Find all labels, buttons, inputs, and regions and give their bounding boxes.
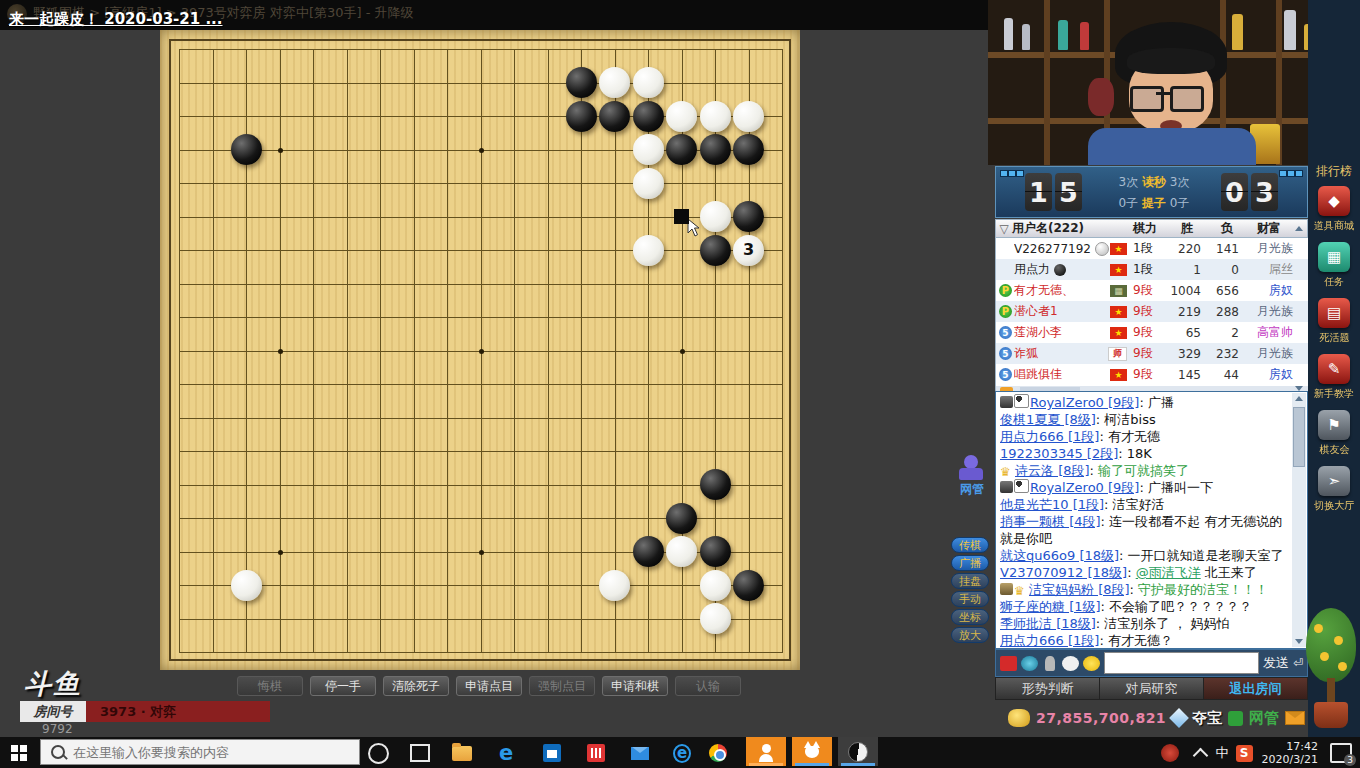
player-rank: 1段	[1133, 261, 1163, 278]
clock-date: 2020/3/21	[1262, 753, 1318, 766]
white-stone	[633, 134, 664, 165]
country-flag-icon: ★	[1110, 369, 1127, 381]
trophy	[1080, 22, 1089, 50]
grid-line	[581, 49, 582, 653]
country-flag-icon: ▦	[1110, 285, 1127, 297]
captures-left: 0子	[1119, 196, 1139, 210]
table-row[interactable]: P潜心者1★9段219288月光族	[996, 301, 1309, 322]
search-input[interactable]	[71, 744, 345, 761]
chat-text: 北王来了	[1201, 565, 1257, 580]
chat-username[interactable]: 洁宝妈妈粉 [8段]	[1029, 582, 1130, 597]
trophy	[1232, 14, 1243, 50]
死活题-icon: ▤	[1318, 298, 1350, 328]
row-badge: 5	[996, 347, 1014, 360]
side-tool-buttons: 传棋广播挂盘手动坐标放大	[951, 537, 991, 643]
grid-line	[782, 49, 783, 653]
wealth-tag: 月光族	[1239, 240, 1309, 257]
chat-message: ♛洁宝妈妈粉 [8段]: 守护最好的洁宝！！！	[1000, 581, 1291, 598]
col-wins[interactable]: 胜	[1167, 220, 1207, 237]
sidebar-item[interactable]: ⚑棋友会	[1318, 410, 1351, 457]
chat-message: 1922303345 [2段]: 18K	[1000, 445, 1291, 462]
notification-icon[interactable]: 3	[1330, 743, 1352, 763]
ime-indicator[interactable]: 中	[1210, 741, 1234, 765]
shelf	[1044, 0, 1050, 165]
streamer-shirt	[1088, 128, 1256, 165]
grid-line	[179, 619, 783, 620]
black-stone-icon	[1054, 264, 1066, 276]
streamer-fringe	[1127, 48, 1215, 74]
道具商城-icon: ◆	[1318, 186, 1350, 216]
chat-text: 广播叫一下	[1148, 480, 1213, 495]
black-stone	[700, 536, 731, 567]
wins-value: 329	[1163, 347, 1201, 361]
chat-colon: :	[1099, 633, 1108, 648]
player-name[interactable]: 潜心者1	[1014, 303, 1110, 320]
wangguan-label[interactable]: 网管	[1249, 709, 1279, 728]
chat-text: 柯洁biss	[1104, 412, 1155, 427]
coins-icon	[1008, 709, 1030, 727]
app-window: 野狐围棋 > [高级房1] > 3973号对弈房 对弈中[第30手] - 升降级…	[0, 0, 1360, 768]
chat-colon: :	[1090, 463, 1099, 478]
admin-label: 网管	[955, 481, 989, 498]
chat-message: 就这qu66o9 [18级]: 一开口就知道是老聊天室了	[1000, 547, 1291, 564]
glasses-icon	[1130, 86, 1164, 112]
player-name-text: 诈狐	[1014, 345, 1038, 362]
star-point	[278, 550, 283, 555]
crown-badge-icon: ♛	[1014, 585, 1028, 597]
black-stone	[733, 134, 764, 165]
black-stone	[733, 570, 764, 601]
chat-message: RoyalZero0 [9段]: 广播	[1000, 394, 1291, 411]
score-panel: 1 5 0 3 3次 读秒 3次 0子 提子 0子	[995, 166, 1308, 218]
sidebar-item[interactable]: ▦任务	[1318, 242, 1350, 289]
wealth-tag: 房奴	[1239, 366, 1309, 383]
chat-colon: :	[1139, 395, 1148, 410]
captures-label: 提子	[1142, 196, 1166, 210]
player-name-text: V226277192	[1014, 242, 1091, 256]
black-stone	[633, 101, 664, 132]
avatar-badge-icon	[1000, 396, 1013, 408]
byoyomi-left: 3次	[1119, 175, 1139, 189]
panda-badge-icon	[1014, 479, 1029, 493]
panel-deco	[1008, 170, 1016, 177]
table-scroll-up-icon[interactable]	[1295, 226, 1303, 231]
chat-colon: :	[1099, 429, 1108, 444]
table-row[interactable]: 用点力★1段10屌丝	[996, 259, 1309, 280]
sogou-icon[interactable]: S	[1232, 741, 1256, 765]
clock-time: 17:42	[1262, 740, 1318, 753]
chat-colon: :	[1127, 565, 1136, 580]
star-point	[680, 349, 685, 354]
decor-flowers	[1088, 78, 1114, 116]
chat-username[interactable]: 用点力666 [1段]	[1000, 429, 1099, 444]
star-point	[278, 349, 283, 354]
col-username[interactable]: 用户名(222)	[1012, 220, 1133, 237]
chat-username[interactable]: 就这qu66o9 [18级]	[1000, 548, 1119, 563]
chat-username[interactable]: 俊棋1夏夏 [8级]	[1000, 412, 1096, 427]
chat-username[interactable]: V237070912 [18级]	[1000, 565, 1127, 580]
trophy	[1022, 24, 1030, 50]
chat-username[interactable]: 1922303345 [2段]	[1000, 446, 1118, 461]
byoyomi-right: 3次	[1170, 175, 1190, 189]
player-name-text: 唱跳俱佳	[1014, 366, 1062, 383]
white-stone	[633, 235, 664, 266]
mail-app-icon[interactable]	[628, 741, 652, 765]
player-name[interactable]: 有才无德、	[1014, 282, 1110, 299]
white-stone	[700, 603, 731, 634]
black-timer-digit: 1	[1025, 173, 1052, 211]
white-stone	[599, 67, 630, 98]
grid-line	[179, 485, 783, 486]
emoji-icon[interactable]	[1083, 656, 1100, 671]
wins-value: 65	[1163, 326, 1201, 340]
chat-text: 一开口就知道是老聊天室了	[1128, 548, 1284, 563]
black-stone	[566, 67, 597, 98]
user-table: V226277192★1段220141月光族用点力★1段10屌丝P有才无德、▦9…	[995, 238, 1310, 386]
file-explorer-icon[interactable]	[450, 741, 474, 765]
black-stone	[231, 134, 262, 165]
chat-colon: :	[1118, 446, 1127, 461]
row-badge: P	[996, 284, 1014, 297]
filter-icon[interactable]: ▽	[996, 222, 1012, 236]
country-flag-icon: 师	[1108, 347, 1127, 361]
black-stone	[700, 134, 731, 165]
taskbar-search[interactable]	[40, 739, 360, 765]
store-icon[interactable]	[540, 741, 564, 765]
white-timer-digit: 0	[1221, 173, 1248, 211]
chat-text: 广播	[1148, 395, 1174, 410]
losses-value: 232	[1201, 347, 1239, 361]
side-tool-button[interactable]: 广播	[951, 555, 989, 571]
player-rank: 9段	[1133, 324, 1163, 341]
chat-text: 输了可就搞笑了	[1098, 463, 1189, 478]
last-move-marker	[674, 209, 689, 224]
chat-message: ♛诗云洛 [8段]: 输了可就搞笑了	[1000, 462, 1291, 479]
chat-message: 用点力666 [1段]: 有才无德？	[1000, 632, 1291, 649]
chat-colon: :	[1104, 497, 1113, 512]
money-tree[interactable]	[1302, 608, 1360, 734]
chat-text: 洁宝好活	[1113, 497, 1165, 512]
country-flag-icon: ★	[1110, 327, 1127, 339]
chat-text: 有才无德	[1108, 429, 1160, 444]
chat-username[interactable]: 捎事一颗棋 [4段]	[1000, 514, 1101, 529]
glasses-icon	[1170, 86, 1204, 112]
crown-badge-icon: ♛	[1000, 466, 1014, 478]
user-table-header: ▽ 用户名(222) 棋力 胜 负 财富	[995, 219, 1308, 238]
country-flag-icon: ★	[1110, 243, 1127, 255]
mic-icon[interactable]	[1045, 656, 1055, 671]
player-name-text: 潜心者1	[1014, 303, 1058, 320]
black-stone	[666, 134, 697, 165]
side-tool-button[interactable]: 放大	[951, 627, 989, 643]
grid-line	[615, 49, 616, 653]
sidebar-item-label: 切换大厅	[1314, 499, 1354, 513]
chat-username[interactable]: 诗云洛 [8段]	[1015, 463, 1090, 478]
trophy	[1058, 20, 1068, 50]
新手教学-icon: ✎	[1318, 354, 1350, 384]
chat-input-row: 发送 ⏎	[995, 649, 1308, 677]
position-judge-button[interactable]: 形势判断	[996, 678, 1100, 699]
chat-message: 他是光芒10 [1段]: 洁宝好活	[1000, 496, 1291, 513]
sidebar-item[interactable]: ▤死活题	[1318, 298, 1351, 345]
sidebar-item[interactable]: ➣切换大厅	[1312, 466, 1356, 513]
chrome-icon[interactable]	[706, 741, 730, 765]
player-name[interactable]: 用点力	[1014, 261, 1110, 278]
star-point	[479, 550, 484, 555]
trophy	[1284, 10, 1296, 50]
board-button[interactable]: 申请点目	[456, 676, 522, 696]
send-button[interactable]: 发送	[1263, 654, 1289, 672]
切换大厅-icon: ➣	[1318, 466, 1350, 496]
chat-message: 俊棋1夏夏 [8级]: 柯洁biss	[1000, 411, 1291, 428]
admin-person-icon	[959, 455, 983, 481]
sidebar-item-label: 新手教学	[1314, 387, 1354, 401]
chat-text: 不会输了吧？？？？？？	[1109, 599, 1252, 614]
chat-username[interactable]: 狮子座的糖 [1级]	[1000, 599, 1101, 614]
row-badge: 5	[996, 326, 1014, 339]
country-flag-icon: ★	[1110, 264, 1127, 276]
chat-text: 18K	[1127, 446, 1152, 461]
chat-message: 捎事一颗棋 [4段]: 连一段都看不起 有才无德说的就是你吧	[1000, 513, 1291, 547]
sidebar-item-label: 棋友会	[1319, 443, 1349, 457]
table-row[interactable]: P有才无德、▦9段1004656房奴	[996, 280, 1309, 301]
player-name-text: 用点力	[1014, 261, 1050, 278]
sidebar-item[interactable]: ◆道具商城	[1312, 186, 1356, 233]
sidebar-item-label: 死活题	[1319, 331, 1349, 345]
panel-deco	[1279, 170, 1287, 177]
speech-bubble-icon[interactable]	[1062, 656, 1079, 671]
row-badge: P	[996, 305, 1014, 318]
chat-colon: :	[1119, 548, 1128, 563]
side-tool-button[interactable]: 挂盘	[951, 573, 989, 589]
white-stone	[700, 101, 731, 132]
grid-line	[179, 451, 783, 452]
board-button[interactable]: 认输	[675, 676, 741, 696]
player-rank: 9段	[1133, 282, 1163, 299]
col-losses[interactable]: 负	[1207, 220, 1247, 237]
side-tool-button[interactable]: 坐标	[951, 609, 989, 625]
sidebar-item-label: 任务	[1324, 275, 1344, 289]
room-action-bar: 形势判断对局研究退出房间	[995, 677, 1308, 700]
black-stone	[566, 101, 597, 132]
star-point	[479, 349, 484, 354]
chat-text: 守护最好的洁宝！！！	[1138, 582, 1268, 597]
board-button-row: 悔棋停一手清除死子申请点目强制点目申请和棋认输	[237, 676, 741, 696]
vip-level-badge: 5	[999, 368, 1012, 381]
go-client-app-icon[interactable]	[838, 737, 878, 766]
chat-message: 狮子座的糖 [1级]: 不会输了吧？？？？？？	[1000, 598, 1291, 615]
grid-line	[179, 384, 783, 385]
player-rank: 9段	[1133, 303, 1163, 320]
game-research-button[interactable]: 对局研究	[1100, 678, 1204, 699]
treasure-button[interactable]: 夺宝	[1192, 709, 1222, 728]
white-stone	[666, 536, 697, 567]
wins-value: 219	[1163, 305, 1201, 319]
board-button[interactable]: 清除死子	[383, 676, 449, 696]
table-row[interactable]: 5唱跳俱佳★9段14544房奴	[996, 364, 1309, 385]
tray-expand-icon[interactable]	[1188, 741, 1212, 765]
white-stone	[231, 570, 262, 601]
chat-username[interactable]: RoyalZero0 [9段]	[1030, 480, 1139, 495]
player-rank: 1段	[1133, 240, 1163, 257]
chat-colon: :	[1101, 599, 1110, 614]
sidebar-items: ◆道具商城▦任务▤死活题✎新手教学⚑棋友会➣切换大厅	[1308, 186, 1360, 522]
cortana-icon[interactable]	[366, 741, 390, 765]
col-rank[interactable]: 棋力	[1133, 220, 1167, 237]
white-stone	[599, 570, 630, 601]
player-name[interactable]: V226277192	[1014, 242, 1110, 256]
wealth-tag: 月光族	[1239, 303, 1309, 320]
table-row[interactable]: V226277192★1段220141月光族	[996, 238, 1309, 259]
mouse-cursor-icon	[687, 218, 701, 237]
edge-icon[interactable]: e	[494, 741, 518, 765]
black-stone	[666, 503, 697, 534]
losses-value: 288	[1201, 305, 1239, 319]
white-stone	[633, 168, 664, 199]
board-button[interactable]: 强制点目	[529, 676, 595, 696]
white-stone	[633, 67, 664, 98]
white-stone	[733, 101, 764, 132]
side-tool-button[interactable]: 传棋	[951, 537, 989, 553]
col-wealth[interactable]: 财富	[1247, 220, 1291, 237]
stream-title: 来一起躁皮！ 2020-03-21 ...	[9, 10, 223, 29]
fox-go-app-icon[interactable]	[792, 737, 832, 766]
douyu-logo: 斗鱼	[24, 666, 82, 702]
losses-value: 141	[1201, 242, 1239, 256]
search-icon	[51, 745, 65, 759]
start-button-icon[interactable]	[11, 745, 27, 761]
side-tool-button[interactable]: 手动	[951, 591, 989, 607]
black-stone	[599, 101, 630, 132]
chat-username[interactable]: 用点力666 [1段]	[1000, 633, 1099, 648]
chat-panel: RoyalZero0 [9段]: 广播俊棋1夏夏 [8级]: 柯洁biss用点力…	[995, 391, 1308, 649]
star-point	[278, 148, 283, 153]
sidebar-item-label: 道具商城	[1314, 219, 1354, 233]
chat-scroll-thumb[interactable]	[1293, 407, 1305, 467]
star-point	[479, 148, 484, 153]
任务-icon: ▦	[1318, 242, 1350, 272]
losses-value: 0	[1201, 263, 1239, 277]
black-timer-digit: 5	[1055, 173, 1082, 211]
byoyomi-row: 3次 读秒 3次	[1106, 174, 1202, 191]
white-stone: 3	[733, 235, 764, 266]
board-button[interactable]: 悔棋	[237, 676, 303, 696]
chat-username[interactable]: RoyalZero0 [9段]	[1030, 395, 1139, 410]
avatar-badge-icon	[1000, 481, 1013, 493]
chat-username[interactable]: 他是光芒10 [1段]	[1000, 497, 1104, 512]
player-rank: 9段	[1133, 366, 1163, 383]
black-stone	[633, 536, 664, 567]
player-name[interactable]: 莲湖小李	[1014, 324, 1110, 341]
player-rank: 9段	[1133, 345, 1163, 362]
webcam-video	[988, 0, 1360, 165]
wealth-tag: 高富帅	[1239, 324, 1309, 341]
white-stone	[666, 101, 697, 132]
country-flag-icon: ★	[1110, 306, 1127, 318]
red-app-icon[interactable]	[584, 741, 608, 765]
exit-room-button[interactable]: 退出房间	[1204, 678, 1307, 699]
棋友会-icon: ⚑	[1318, 410, 1350, 440]
losses-value: 2	[1201, 326, 1239, 340]
chat-scroll-up-icon[interactable]	[1295, 396, 1303, 401]
panel-deco	[1000, 170, 1008, 177]
wins-value: 145	[1163, 368, 1201, 382]
taskbar-clock[interactable]: 17:42 2020/3/21	[1262, 740, 1318, 766]
captures-right: 0子	[1170, 196, 1190, 210]
diamond-icon	[1169, 708, 1189, 728]
chat-message: 季师批洁 [18级]: 洁宝别杀了 ， 妈妈怕	[1000, 615, 1291, 632]
white-timer-digit: 3	[1251, 173, 1278, 211]
black-stone	[733, 201, 764, 232]
vip-level-badge: 5	[999, 326, 1012, 339]
losses-value: 44	[1201, 368, 1239, 382]
chat-text-input[interactable]	[1104, 652, 1259, 674]
panel-deco	[1295, 170, 1303, 177]
sidebar-item[interactable]: ✎新手教学	[1312, 354, 1356, 401]
panda-badge-icon	[1014, 394, 1029, 408]
glasses-bridge	[1156, 92, 1172, 95]
box-badge-icon	[1000, 583, 1013, 595]
stop-broadcast-icon[interactable]	[1000, 656, 1017, 671]
chat-username[interactable]: 季师批洁 [18级]	[1000, 616, 1096, 631]
wins-value: 220	[1163, 242, 1201, 256]
wins-value: 1	[1163, 263, 1201, 277]
internet-explorer-icon[interactable]: e	[670, 741, 694, 765]
row-badge: 5	[996, 368, 1014, 381]
board-button[interactable]: 申请和棋	[602, 676, 668, 696]
vip-p-badge: P	[999, 284, 1012, 297]
room-number-value: 3973 · 对弈	[86, 701, 270, 722]
chat-colon: :	[1101, 514, 1110, 529]
chat-colon: :	[1130, 582, 1139, 597]
white-stone	[700, 570, 731, 601]
grid-line	[179, 418, 783, 419]
task-view-icon[interactable]	[408, 741, 432, 765]
table-row[interactable]: 5莲湖小李★9段652高富帅	[996, 322, 1309, 343]
windows-taskbar: e e 中 S 17:42 2020/3/21 3	[0, 737, 1360, 768]
black-stone	[700, 235, 731, 266]
black-stone	[700, 469, 731, 500]
table-row[interactable]: 5诈狐师9段329232月光族	[996, 343, 1309, 364]
viewer-id: 9792	[42, 722, 73, 736]
coin-balance: 27,855,700,821	[1036, 710, 1166, 726]
streamer-app-icon[interactable]	[746, 737, 786, 766]
stone-move-label: 3	[743, 242, 754, 258]
chat-colon: :	[1139, 480, 1148, 495]
chat-text: 有才无德？	[1108, 633, 1173, 648]
wealth-tag: 房奴	[1239, 282, 1309, 299]
tray-red-icon[interactable]	[1158, 741, 1182, 765]
player-name-text: 有才无德、	[1014, 282, 1074, 299]
captures-row: 0子 提子 0子	[1106, 195, 1202, 212]
vip-p-badge: P	[999, 305, 1012, 318]
sidebar-item-ranking[interactable]: 排行榜	[1308, 163, 1360, 180]
grid-line	[179, 585, 783, 586]
chat-mention[interactable]: @雨清飞洋	[1136, 565, 1201, 580]
white-stone-icon	[1095, 242, 1109, 256]
panel-deco	[1016, 170, 1024, 177]
player-name[interactable]: 唱跳俱佳	[1014, 366, 1110, 383]
globe-icon[interactable]	[1021, 656, 1038, 671]
go-board[interactable]: 3	[160, 30, 800, 670]
byoyomi-label: 读秒	[1142, 175, 1166, 189]
trophy	[1004, 18, 1013, 50]
wins-value: 1004	[1163, 284, 1201, 298]
wealth-tag: 屌丝	[1239, 261, 1309, 278]
board-button[interactable]: 停一手	[310, 676, 376, 696]
grid-line	[548, 49, 549, 653]
player-name[interactable]: 诈狐	[1014, 345, 1108, 362]
